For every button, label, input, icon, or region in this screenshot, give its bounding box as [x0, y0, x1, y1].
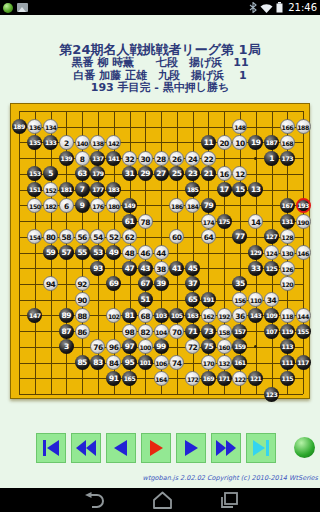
stone-155: 155 [296, 324, 311, 339]
stone-147: 147 [27, 308, 42, 323]
stone-51: 51 [138, 292, 153, 307]
stone-177: 177 [90, 182, 105, 197]
stone-135: 135 [27, 135, 42, 150]
wifi-icon [260, 3, 273, 13]
stone-150: 150 [27, 198, 42, 213]
stone-115: 115 [280, 371, 295, 386]
stone-39: 39 [154, 276, 169, 291]
stone-53: 53 [90, 245, 105, 260]
stone-32: 32 [122, 151, 137, 166]
stone-48: 48 [122, 245, 137, 260]
stone-190: 190 [296, 214, 311, 229]
stone-104: 104 [154, 324, 169, 339]
right-icon [179, 437, 203, 459]
stone-102: 102 [106, 308, 121, 323]
stone-13: 13 [248, 182, 263, 197]
stone-157: 157 [232, 324, 247, 339]
stone-92: 92 [75, 276, 90, 291]
stone-8: 8 [75, 151, 90, 166]
stone-11: 11 [201, 135, 216, 150]
stone-125: 125 [264, 261, 279, 276]
stone-49: 49 [106, 245, 121, 260]
stone-171: 171 [217, 371, 232, 386]
stone-106: 106 [154, 355, 169, 370]
stone-121: 121 [248, 371, 263, 386]
stone-29: 29 [138, 166, 153, 181]
stone-149: 149 [122, 198, 137, 213]
stone-180: 180 [106, 198, 121, 213]
stone-28: 28 [154, 151, 169, 166]
stone-67: 67 [138, 276, 153, 291]
stone-37: 37 [185, 276, 200, 291]
stone-36: 36 [232, 308, 247, 323]
stone-144: 144 [296, 308, 311, 323]
stone-26: 26 [169, 151, 184, 166]
stone-122: 122 [232, 371, 247, 386]
stone-111: 111 [280, 355, 295, 370]
stone-162: 162 [201, 308, 216, 323]
stone-117: 117 [296, 355, 311, 370]
stone-101: 101 [138, 355, 153, 370]
stone-85: 85 [75, 355, 90, 370]
stone-119: 119 [280, 324, 295, 339]
star-point [254, 157, 257, 160]
left-icon [109, 437, 133, 459]
stone-183: 183 [106, 182, 121, 197]
stone-76: 76 [90, 339, 105, 354]
stone-153: 153 [27, 166, 42, 181]
stone-134: 134 [43, 119, 58, 134]
stone-75: 75 [201, 339, 216, 354]
stone-169: 169 [201, 371, 216, 386]
status-ball-icon [294, 437, 315, 458]
black-player-line: 黒番 柳 時薫 七段 揚げ浜 11 [0, 57, 320, 70]
stone-120: 120 [280, 276, 295, 291]
stone-179: 179 [90, 166, 105, 181]
stone-24: 24 [185, 151, 200, 166]
stone-19: 19 [248, 135, 263, 150]
stone-35: 35 [232, 276, 247, 291]
stone-89: 89 [59, 308, 74, 323]
stone-129: 129 [248, 245, 263, 260]
stone-152: 152 [43, 182, 58, 197]
stone-166: 166 [280, 119, 295, 134]
game-title: 第24期名人戦挑戦者リーグ第 1局 [0, 42, 320, 57]
stone-110: 110 [248, 292, 263, 307]
home-icon[interactable] [152, 491, 173, 509]
stone-99: 99 [154, 339, 169, 354]
stone-60: 60 [169, 229, 184, 244]
stone-1: 1 [264, 151, 279, 166]
stone-83: 83 [90, 355, 105, 370]
stone-23: 23 [185, 166, 200, 181]
stone-170: 170 [201, 355, 216, 370]
stone-58: 58 [59, 229, 74, 244]
button-row [36, 433, 276, 463]
stone-57: 57 [59, 245, 74, 260]
status-bar: 21:46 [0, 0, 320, 15]
stone-100: 100 [138, 339, 153, 354]
stone-7: 7 [75, 182, 90, 197]
stone-132: 132 [217, 355, 232, 370]
stone-174: 174 [201, 214, 216, 229]
skip-back-icon [39, 437, 63, 459]
stone-17: 17 [217, 182, 232, 197]
copyright-credit: wtgoban.js 2.02.02 Copyright (c) 2010-20… [143, 474, 318, 482]
stone-95: 95 [122, 355, 137, 370]
stone-62: 62 [122, 229, 137, 244]
stone-46: 46 [138, 245, 153, 260]
stone-192: 192 [217, 308, 232, 323]
stone-103: 103 [154, 308, 169, 323]
stone-70: 70 [169, 324, 184, 339]
stone-31: 31 [122, 166, 137, 181]
stone-156: 156 [232, 292, 247, 307]
stone-165: 165 [122, 371, 137, 386]
stone-68: 68 [138, 308, 153, 323]
stone-137: 137 [90, 151, 105, 166]
stone-71: 71 [185, 324, 200, 339]
back-icon[interactable] [82, 492, 106, 509]
stone-43: 43 [138, 261, 153, 276]
result-line: 193 手目完 - 黒中押し勝ち [0, 82, 320, 95]
stone-148: 148 [232, 119, 247, 134]
stone-159: 159 [232, 339, 247, 354]
stone-123: 123 [264, 387, 279, 402]
stone-109: 109 [264, 308, 279, 323]
stone-14: 14 [248, 214, 263, 229]
stone-74: 74 [169, 355, 184, 370]
stone-73: 73 [201, 324, 216, 339]
stone-81: 81 [122, 308, 137, 323]
stone-65: 65 [185, 292, 200, 307]
stone-133: 133 [43, 135, 58, 150]
stone-97: 97 [122, 339, 137, 354]
stone-138: 138 [90, 135, 105, 150]
stone-86: 86 [75, 324, 90, 339]
stone-61: 61 [122, 214, 137, 229]
stone-82: 82 [138, 324, 153, 339]
stone-79: 79 [201, 198, 216, 213]
stone-2: 2 [59, 135, 74, 150]
stone-182: 182 [43, 198, 58, 213]
stone-193: 193 [296, 198, 311, 213]
stone-77: 77 [232, 229, 247, 244]
skip-end-icon [249, 437, 273, 459]
stone-113: 113 [280, 339, 295, 354]
stone-186: 186 [169, 198, 184, 213]
stone-33: 33 [248, 261, 263, 276]
stone-141: 141 [106, 151, 121, 166]
stone-3: 3 [59, 339, 74, 354]
stone-44: 44 [154, 245, 169, 260]
stone-15: 15 [232, 182, 247, 197]
stone-130: 130 [280, 245, 295, 260]
stone-127: 127 [264, 229, 279, 244]
stone-143: 143 [248, 308, 263, 323]
stone-64: 64 [201, 229, 216, 244]
stone-84: 84 [106, 355, 121, 370]
stone-6: 6 [59, 198, 74, 213]
stone-140: 140 [75, 135, 90, 150]
stone-124: 124 [264, 245, 279, 260]
double-left-icon [74, 437, 98, 459]
stone-142: 142 [106, 135, 121, 150]
stone-21: 21 [201, 166, 216, 181]
go-board[interactable]: 1235678910111213141516171920212223242526… [10, 103, 310, 399]
stone-47: 47 [122, 261, 137, 276]
stone-94: 94 [43, 276, 58, 291]
stone-30: 30 [138, 151, 153, 166]
recents-icon[interactable] [219, 491, 239, 509]
stone-160: 160 [217, 339, 232, 354]
stone-185: 185 [185, 182, 200, 197]
stone-80: 80 [43, 229, 58, 244]
battery-icon [276, 2, 283, 13]
stone-5: 5 [43, 166, 58, 181]
stone-181: 181 [59, 182, 74, 197]
gallery-icon [17, 3, 28, 12]
status-time: 21:46 [288, 2, 317, 13]
bluetooth-icon [249, 2, 257, 13]
stone-191: 191 [201, 292, 216, 307]
stone-167: 167 [280, 198, 295, 213]
stone-105: 105 [169, 308, 184, 323]
stone-98: 98 [122, 324, 137, 339]
stone-93: 93 [90, 261, 105, 276]
stone-175: 175 [217, 214, 232, 229]
stone-136: 136 [27, 119, 42, 134]
stone-10: 10 [232, 135, 247, 150]
stone-164: 164 [154, 371, 169, 386]
stone-87: 87 [59, 324, 74, 339]
stone-139: 139 [59, 151, 74, 166]
stone-173: 173 [280, 151, 295, 166]
step-forward-button[interactable] [176, 433, 206, 463]
stone-20: 20 [217, 135, 232, 150]
stone-176: 176 [90, 198, 105, 213]
step-back-button[interactable] [106, 433, 136, 463]
play-button[interactable] [141, 433, 171, 463]
stone-128: 128 [280, 229, 295, 244]
stone-187: 187 [264, 135, 279, 150]
stone-55: 55 [75, 245, 90, 260]
stone-63: 63 [75, 166, 90, 181]
stone-88: 88 [75, 308, 90, 323]
stone-168: 168 [280, 135, 295, 150]
stone-78: 78 [138, 214, 153, 229]
stone-107: 107 [264, 324, 279, 339]
star-point [254, 345, 257, 348]
stone-118: 118 [280, 308, 295, 323]
stone-172: 172 [185, 371, 200, 386]
stone-27: 27 [154, 166, 169, 181]
to-start-button[interactable] [36, 433, 66, 463]
android-nav-bar [0, 488, 320, 512]
app-icon [3, 3, 13, 13]
fast-rewind-button[interactable] [71, 433, 101, 463]
stone-52: 52 [106, 229, 121, 244]
play-icon [144, 437, 168, 459]
stone-131: 131 [280, 214, 295, 229]
stone-34: 34 [264, 292, 279, 307]
stone-126: 126 [280, 261, 295, 276]
stone-45: 45 [185, 261, 200, 276]
fast-forward-button[interactable] [211, 433, 241, 463]
double-right-icon [214, 437, 238, 459]
stone-16: 16 [217, 166, 232, 181]
stone-91: 91 [106, 371, 121, 386]
stone-69: 69 [106, 276, 121, 291]
stone-184: 184 [185, 198, 200, 213]
stone-54: 54 [90, 229, 105, 244]
stone-9: 9 [75, 198, 90, 213]
playback-controls [0, 433, 320, 465]
stone-161: 161 [232, 355, 247, 370]
stone-38: 38 [154, 261, 169, 276]
stone-41: 41 [169, 261, 184, 276]
stone-146: 146 [296, 245, 311, 260]
stone-189: 189 [12, 119, 27, 134]
stone-12: 12 [232, 166, 247, 181]
stone-163: 163 [185, 308, 200, 323]
game-header: 第24期名人戦挑戦者リーグ第 1局 黒番 柳 時薫 七段 揚げ浜 11 白番 加… [0, 42, 320, 95]
stone-96: 96 [106, 339, 121, 354]
stone-151: 151 [27, 182, 42, 197]
stone-188: 188 [296, 119, 311, 134]
grid-line [19, 394, 303, 395]
stone-72: 72 [185, 339, 200, 354]
stone-22: 22 [201, 151, 216, 166]
stone-25: 25 [169, 166, 184, 181]
stone-59: 59 [43, 245, 58, 260]
to-end-button[interactable] [246, 433, 276, 463]
stone-158: 158 [217, 324, 232, 339]
stone-56: 56 [75, 229, 90, 244]
stone-154: 154 [27, 229, 42, 244]
stone-90: 90 [75, 292, 90, 307]
